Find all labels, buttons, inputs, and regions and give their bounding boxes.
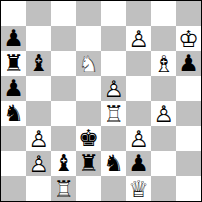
square-f2[interactable]: ♟ (126, 151, 151, 176)
square-a2[interactable] (1, 151, 26, 176)
square-c4[interactable] (51, 101, 76, 126)
square-g1[interactable] (151, 176, 176, 201)
black-pawn: ♟ (1, 76, 26, 101)
square-f5[interactable] (126, 76, 151, 101)
square-e1[interactable] (101, 176, 126, 201)
square-f7[interactable]: ♟♙ (126, 26, 151, 51)
square-b8[interactable] (26, 1, 51, 26)
white-bishop: ♝♗ (151, 51, 176, 76)
white-pawn: ♟♙ (126, 26, 151, 51)
square-e5[interactable]: ♟♙ (101, 76, 126, 101)
square-f1[interactable]: ♛♕ (126, 176, 151, 201)
white-queen: ♛♕ (126, 176, 151, 201)
square-f3[interactable]: ♟♙ (126, 126, 151, 151)
square-g8[interactable] (151, 1, 176, 26)
white-pawn: ♟♙ (151, 101, 176, 126)
square-b3[interactable]: ♟♙ (26, 126, 51, 151)
square-d1[interactable] (76, 176, 101, 201)
chess-board-frame: ♟♟♙♚♔♜♝♞♘♝♗♟♟♟♙♞♜♖♟♙♟♙♚♟♙♟♙♝♜♞♟♜♖♛♕ (0, 0, 202, 202)
square-g7[interactable] (151, 26, 176, 51)
square-c7[interactable] (51, 26, 76, 51)
square-f4[interactable] (126, 101, 151, 126)
square-a6[interactable]: ♜ (1, 51, 26, 76)
square-a4[interactable]: ♞ (1, 101, 26, 126)
square-d7[interactable] (76, 26, 101, 51)
chess-board: ♟♟♙♚♔♜♝♞♘♝♗♟♟♟♙♞♜♖♟♙♟♙♚♟♙♟♙♝♜♞♟♜♖♛♕ (1, 1, 201, 201)
square-f6[interactable] (126, 51, 151, 76)
white-pawn: ♟♙ (26, 151, 51, 176)
square-c5[interactable] (51, 76, 76, 101)
black-pawn: ♟ (176, 51, 201, 76)
square-b2[interactable]: ♟♙ (26, 151, 51, 176)
square-a1[interactable] (1, 176, 26, 201)
black-bishop: ♝ (26, 51, 51, 76)
square-c1[interactable]: ♜♖ (51, 176, 76, 201)
square-d6[interactable]: ♞♘ (76, 51, 101, 76)
square-h4[interactable] (176, 101, 201, 126)
square-h2[interactable] (176, 151, 201, 176)
square-d5[interactable] (76, 76, 101, 101)
square-e2[interactable]: ♞ (101, 151, 126, 176)
square-d8[interactable] (76, 1, 101, 26)
square-b1[interactable] (26, 176, 51, 201)
black-knight: ♞ (1, 101, 26, 126)
square-b5[interactable] (26, 76, 51, 101)
square-h1[interactable] (176, 176, 201, 201)
square-c2[interactable]: ♝ (51, 151, 76, 176)
black-king: ♚ (76, 126, 101, 151)
square-h6[interactable]: ♟ (176, 51, 201, 76)
square-g6[interactable]: ♝♗ (151, 51, 176, 76)
square-f8[interactable] (126, 1, 151, 26)
square-e7[interactable] (101, 26, 126, 51)
black-rook: ♜ (1, 51, 26, 76)
square-b7[interactable] (26, 26, 51, 51)
white-rook: ♜♖ (51, 176, 76, 201)
square-h5[interactable] (176, 76, 201, 101)
square-d3[interactable]: ♚ (76, 126, 101, 151)
black-bishop: ♝ (51, 151, 76, 176)
black-rook: ♜ (76, 151, 101, 176)
white-pawn: ♟♙ (101, 76, 126, 101)
square-g5[interactable] (151, 76, 176, 101)
square-e6[interactable] (101, 51, 126, 76)
square-e8[interactable] (101, 1, 126, 26)
square-c6[interactable] (51, 51, 76, 76)
square-c8[interactable] (51, 1, 76, 26)
white-rook: ♜♖ (101, 101, 126, 126)
black-pawn: ♟ (126, 151, 151, 176)
white-king: ♚♔ (176, 26, 201, 51)
square-h8[interactable] (176, 1, 201, 26)
black-pawn: ♟ (1, 26, 26, 51)
black-knight: ♞ (101, 151, 126, 176)
square-g4[interactable]: ♟♙ (151, 101, 176, 126)
square-g3[interactable] (151, 126, 176, 151)
white-pawn: ♟♙ (126, 126, 151, 151)
square-e4[interactable]: ♜♖ (101, 101, 126, 126)
white-pawn: ♟♙ (26, 126, 51, 151)
square-c3[interactable] (51, 126, 76, 151)
square-g2[interactable] (151, 151, 176, 176)
square-b6[interactable]: ♝ (26, 51, 51, 76)
square-a7[interactable]: ♟ (1, 26, 26, 51)
square-d2[interactable]: ♜ (76, 151, 101, 176)
square-a5[interactable]: ♟ (1, 76, 26, 101)
square-a8[interactable] (1, 1, 26, 26)
square-d4[interactable] (76, 101, 101, 126)
square-a3[interactable] (1, 126, 26, 151)
square-h7[interactable]: ♚♔ (176, 26, 201, 51)
white-knight: ♞♘ (76, 51, 101, 76)
square-h3[interactable] (176, 126, 201, 151)
square-b4[interactable] (26, 101, 51, 126)
square-e3[interactable] (101, 126, 126, 151)
